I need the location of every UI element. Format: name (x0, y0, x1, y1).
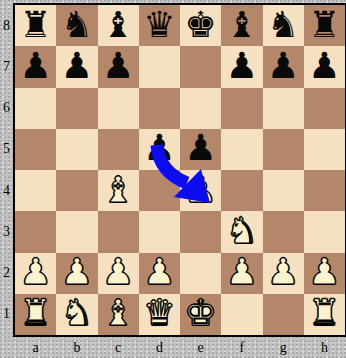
black-rook[interactable]: ♜ (19, 7, 51, 43)
white-bishop[interactable]: ♝ (102, 172, 134, 208)
square-g4[interactable] (263, 170, 304, 211)
square-d5[interactable]: ♟ (139, 129, 180, 170)
file-label-h: h (304, 339, 345, 358)
square-e8[interactable]: ♚ (180, 5, 221, 46)
square-e6[interactable] (180, 88, 221, 129)
square-h7[interactable]: ♟ (304, 46, 345, 87)
black-bishop[interactable]: ♝ (102, 7, 134, 43)
square-c8[interactable]: ♝ (98, 5, 139, 46)
square-d8[interactable]: ♛ (139, 5, 180, 46)
rank-label-6: 6 (0, 88, 13, 129)
black-pawn[interactable]: ♟ (226, 48, 258, 84)
black-pawn[interactable]: ♟ (61, 48, 93, 84)
square-b7[interactable]: ♟ (56, 46, 97, 87)
file-label-b: b (56, 339, 97, 358)
square-a2[interactable]: ♟ (15, 253, 56, 294)
square-e4[interactable]: ♟ (180, 170, 221, 211)
square-d1[interactable]: ♛ (139, 294, 180, 335)
black-knight[interactable]: ♞ (61, 7, 93, 43)
rank-label-2: 2 (0, 253, 13, 294)
square-b5[interactable] (56, 129, 97, 170)
file-label-d: d (139, 339, 180, 358)
white-pawn[interactable]: ♟ (19, 254, 51, 290)
square-c7[interactable]: ♟ (98, 46, 139, 87)
black-pawn[interactable]: ♟ (19, 48, 51, 84)
white-rook[interactable]: ♜ (19, 295, 51, 331)
rank-label-5: 5 (0, 129, 13, 170)
square-g5[interactable] (263, 129, 304, 170)
square-c2[interactable]: ♟ (98, 253, 139, 294)
square-f7[interactable]: ♟ (221, 46, 262, 87)
square-h1[interactable]: ♜ (304, 294, 345, 335)
file-label-f: f (221, 339, 262, 358)
square-f6[interactable] (221, 88, 262, 129)
black-queen[interactable]: ♛ (143, 7, 175, 43)
square-g8[interactable]: ♞ (263, 5, 304, 46)
square-b6[interactable] (56, 88, 97, 129)
square-b4[interactable] (56, 170, 97, 211)
black-pawn[interactable]: ♟ (308, 48, 340, 84)
square-b2[interactable]: ♟ (56, 253, 97, 294)
square-a5[interactable] (15, 129, 56, 170)
square-h3[interactable] (304, 211, 345, 252)
square-f5[interactable] (221, 129, 262, 170)
square-c6[interactable] (98, 88, 139, 129)
white-pawn[interactable]: ♟ (184, 172, 216, 208)
white-pawn[interactable]: ♟ (226, 254, 258, 290)
white-pawn[interactable]: ♟ (102, 254, 134, 290)
square-e2[interactable] (180, 253, 221, 294)
chess-board: ♜♞♝♛♚♝♞♜♟♟♟♟♟♟♟♟♝♟♞♟♟♟♟♟♟♟♜♞♝♛♚♜ (13, 3, 346, 337)
square-d2[interactable]: ♟ (139, 253, 180, 294)
white-king[interactable]: ♚ (184, 295, 216, 331)
rank-label-1: 1 (0, 294, 13, 335)
white-knight[interactable]: ♞ (226, 213, 258, 249)
black-pawn[interactable]: ♟ (184, 130, 216, 166)
file-labels: abcdefgh (15, 339, 345, 358)
square-h4[interactable] (304, 170, 345, 211)
square-e3[interactable] (180, 211, 221, 252)
square-d7[interactable] (139, 46, 180, 87)
square-h8[interactable]: ♜ (304, 5, 345, 46)
rank-labels: 87654321 (0, 5, 13, 335)
black-bishop[interactable]: ♝ (226, 7, 258, 43)
square-d3[interactable] (139, 211, 180, 252)
square-f3[interactable]: ♞ (221, 211, 262, 252)
black-rook[interactable]: ♜ (308, 7, 340, 43)
square-a4[interactable] (15, 170, 56, 211)
square-f2[interactable]: ♟ (221, 253, 262, 294)
square-g6[interactable] (263, 88, 304, 129)
square-d4[interactable] (139, 170, 180, 211)
square-f8[interactable]: ♝ (221, 5, 262, 46)
rank-label-3: 3 (0, 211, 13, 252)
white-rook[interactable]: ♜ (308, 295, 340, 331)
square-g1[interactable] (263, 294, 304, 335)
square-c3[interactable] (98, 211, 139, 252)
black-king[interactable]: ♚ (184, 7, 216, 43)
file-label-a: a (15, 339, 56, 358)
rank-label-4: 4 (0, 170, 13, 211)
square-f4[interactable] (221, 170, 262, 211)
square-g3[interactable] (263, 211, 304, 252)
square-b1[interactable]: ♞ (56, 294, 97, 335)
white-knight[interactable]: ♞ (61, 295, 93, 331)
black-knight[interactable]: ♞ (267, 7, 299, 43)
rank-label-8: 8 (0, 5, 13, 46)
square-c5[interactable] (98, 129, 139, 170)
square-g2[interactable]: ♟ (263, 253, 304, 294)
square-e1[interactable]: ♚ (180, 294, 221, 335)
square-f1[interactable] (221, 294, 262, 335)
black-pawn[interactable]: ♟ (102, 48, 134, 84)
black-pawn[interactable]: ♟ (143, 130, 175, 166)
file-label-e: e (180, 339, 221, 358)
square-c1[interactable]: ♝ (98, 294, 139, 335)
square-b3[interactable] (56, 211, 97, 252)
rank-label-7: 7 (0, 46, 13, 87)
white-pawn[interactable]: ♟ (143, 254, 175, 290)
file-label-c: c (98, 339, 139, 358)
square-a7[interactable]: ♟ (15, 46, 56, 87)
square-a8[interactable]: ♜ (15, 5, 56, 46)
chessboard-window: 87654321 ♜♞♝♛♚♝♞♜♟♟♟♟♟♟♟♟♝♟♞♟♟♟♟♟♟♟♜♞♝♛♚… (0, 0, 346, 358)
square-g7[interactable]: ♟ (263, 46, 304, 87)
white-bishop[interactable]: ♝ (102, 295, 134, 331)
square-d6[interactable] (139, 88, 180, 129)
square-h2[interactable]: ♟ (304, 253, 345, 294)
white-pawn[interactable]: ♟ (308, 254, 340, 290)
white-pawn[interactable]: ♟ (267, 254, 299, 290)
square-a6[interactable] (15, 88, 56, 129)
white-queen[interactable]: ♛ (143, 295, 175, 331)
square-e7[interactable] (180, 46, 221, 87)
black-pawn[interactable]: ♟ (267, 48, 299, 84)
file-label-g: g (263, 339, 304, 358)
white-pawn[interactable]: ♟ (61, 254, 93, 290)
square-a3[interactable] (15, 211, 56, 252)
square-e5[interactable]: ♟ (180, 129, 221, 170)
square-b8[interactable]: ♞ (56, 5, 97, 46)
square-a1[interactable]: ♜ (15, 294, 56, 335)
square-c4[interactable]: ♝ (98, 170, 139, 211)
square-h6[interactable] (304, 88, 345, 129)
square-h5[interactable] (304, 129, 345, 170)
